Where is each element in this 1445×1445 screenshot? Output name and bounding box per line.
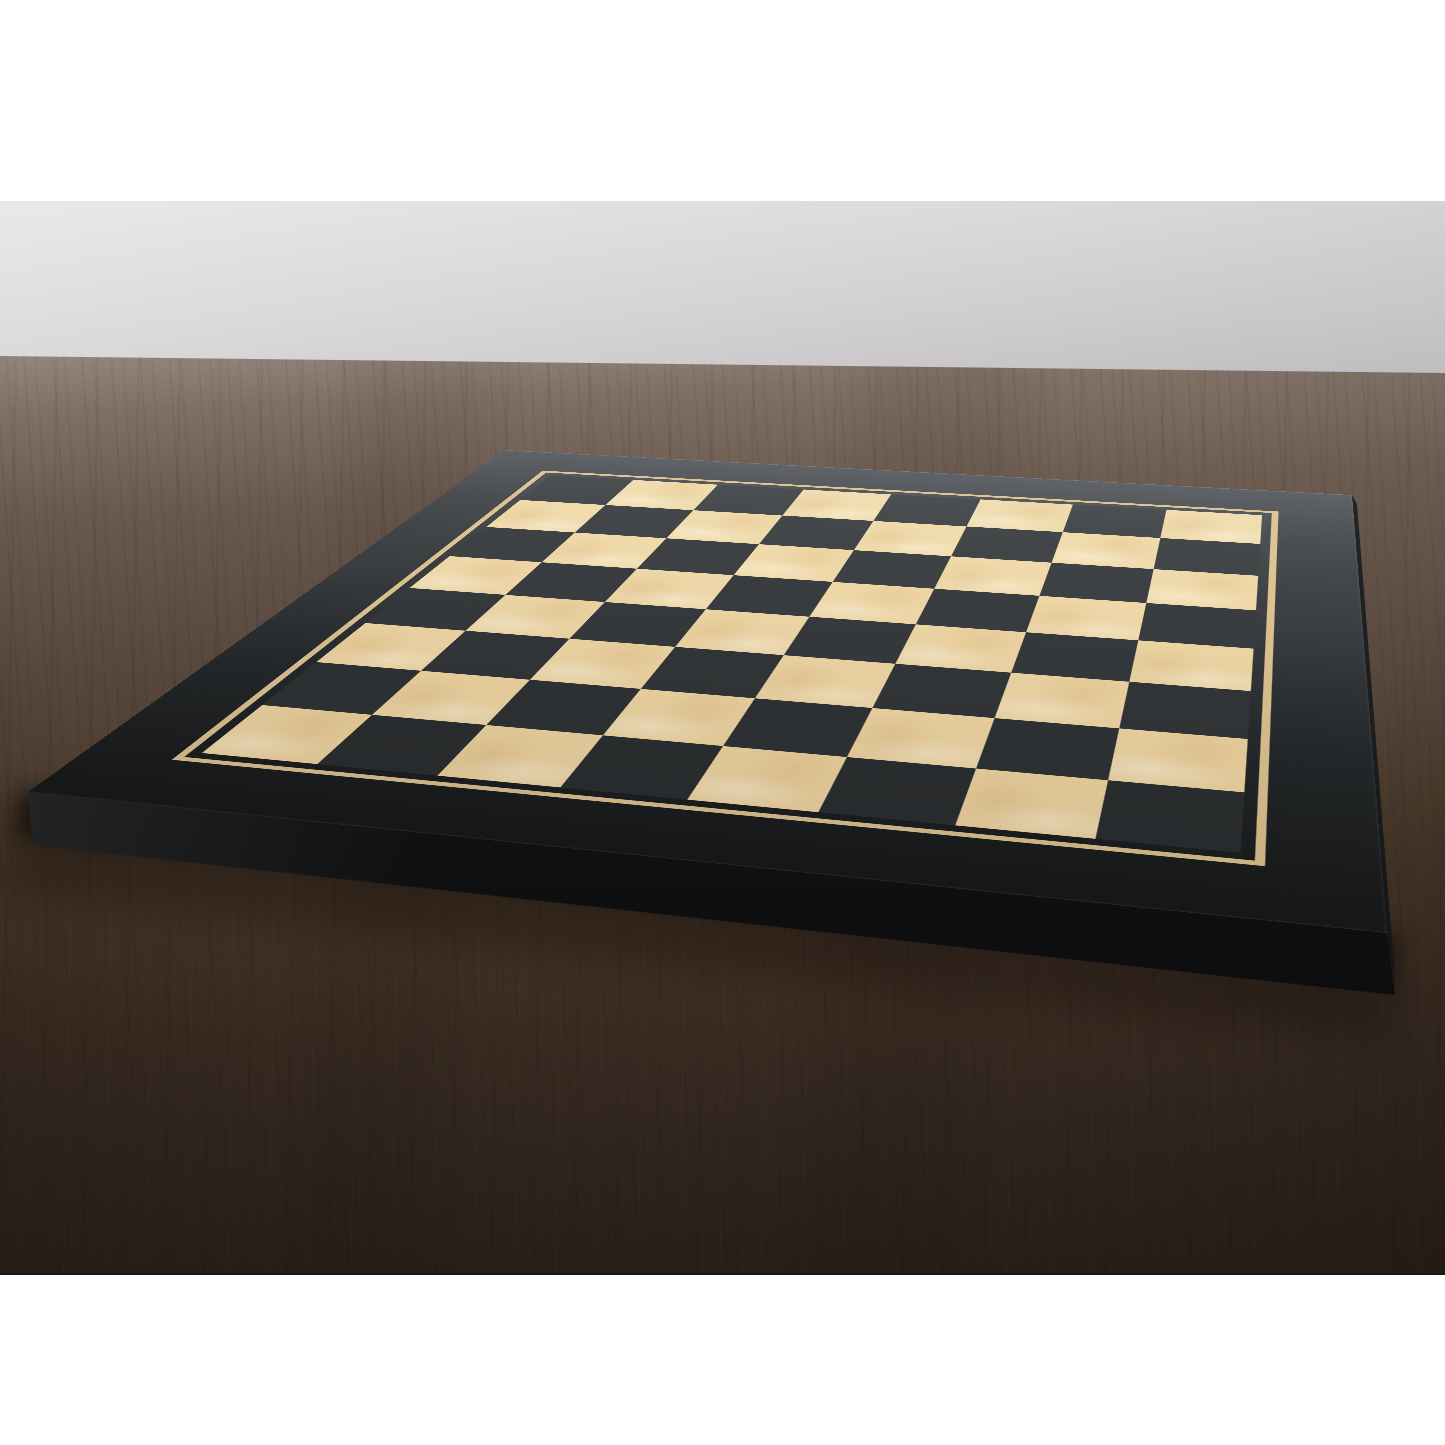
product-photo-canvas: [0, 0, 1445, 1445]
photo-area: [0, 201, 1445, 1275]
photo-bottom-edge: [0, 1273, 1445, 1275]
